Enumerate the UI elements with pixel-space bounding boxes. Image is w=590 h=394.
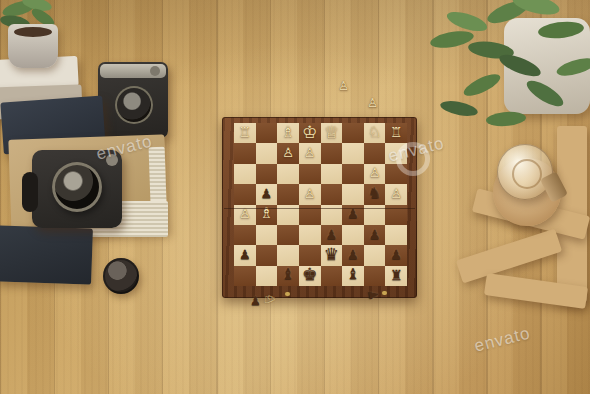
dark-notebook-bottom: [0, 225, 93, 284]
square-b6[interactable]: ♟: [364, 225, 386, 245]
black-pawn-c5[interactable]: ♟: [347, 207, 359, 220]
captured-black-pawn[interactable]: ♟: [250, 295, 261, 307]
brass-latch: [285, 292, 290, 296]
square-f7[interactable]: [277, 245, 299, 265]
white-king-e1[interactable]: ♔: [302, 124, 317, 141]
square-f8[interactable]: ♝: [277, 266, 299, 286]
square-d3[interactable]: [321, 164, 343, 184]
black-king-e8[interactable]: ♚: [302, 266, 317, 283]
chess-board: ♖♗♔♕♘♖♙♙♙♟♙♞♙♙♗♟♟♟♟♛♟♟♝♚♝♜: [222, 117, 417, 298]
fallen-white-knight[interactable]: ♘: [263, 293, 277, 306]
square-g1[interactable]: [256, 123, 278, 143]
square-h5[interactable]: ♙: [234, 205, 256, 225]
square-b7[interactable]: [364, 245, 386, 265]
leaf-icon: [461, 69, 503, 100]
square-c1[interactable]: [342, 123, 364, 143]
square-h6[interactable]: [234, 225, 256, 245]
square-e6[interactable]: [299, 225, 321, 245]
square-c7[interactable]: ♟: [342, 245, 364, 265]
square-c8[interactable]: ♝: [342, 266, 364, 286]
black-bishop-f8[interactable]: ♝: [281, 267, 294, 282]
square-h2[interactable]: [234, 143, 256, 163]
black-pawn-g4[interactable]: ♟: [261, 187, 273, 200]
white-pawn-h5[interactable]: ♙: [239, 207, 251, 220]
black-bishop-c8[interactable]: ♝: [346, 267, 359, 282]
bulb-lamp: [455, 122, 590, 322]
black-pawn-c7[interactable]: ♟: [347, 248, 359, 261]
square-e1[interactable]: ♔: [299, 123, 321, 143]
black-knight-b4[interactable]: ♞: [368, 186, 381, 201]
leaf-icon: [439, 99, 479, 118]
square-f3[interactable]: [277, 164, 299, 184]
stray-white-pawn[interactable]: ♙: [367, 97, 378, 109]
white-queen-d1[interactable]: ♕: [324, 124, 339, 141]
square-a4[interactable]: ♙: [385, 184, 407, 204]
square-c2[interactable]: [342, 143, 364, 163]
square-g5[interactable]: ♗: [256, 205, 278, 225]
black-pawn-b6[interactable]: ♟: [369, 228, 381, 241]
square-b4[interactable]: ♞: [364, 184, 386, 204]
square-a8[interactable]: ♜: [385, 266, 407, 286]
square-b3[interactable]: ♙: [364, 164, 386, 184]
square-h8[interactable]: [234, 266, 256, 286]
square-d1[interactable]: ♕: [321, 123, 343, 143]
square-e4[interactable]: ♙: [299, 184, 321, 204]
square-e2[interactable]: ♙: [299, 143, 321, 163]
camera-strap: [22, 172, 38, 212]
square-g6[interactable]: [256, 225, 278, 245]
square-e5[interactable]: [299, 205, 321, 225]
square-g8[interactable]: [256, 266, 278, 286]
watermark: envato: [472, 323, 532, 356]
white-pawn-a4[interactable]: ♙: [390, 187, 402, 200]
ink-jar-lid: [103, 258, 139, 294]
fallen-black-pawn[interactable]: ♟: [367, 289, 381, 302]
pot-soil: [14, 27, 52, 37]
square-c4[interactable]: [342, 184, 364, 204]
square-a5[interactable]: [385, 205, 407, 225]
white-rook-h1[interactable]: ♖: [239, 125, 252, 139]
square-d4[interactable]: [321, 184, 343, 204]
square-g7[interactable]: [256, 245, 278, 265]
square-d8[interactable]: [321, 266, 343, 286]
stray-white-pawn[interactable]: ♙: [338, 80, 349, 92]
square-e8[interactable]: ♚: [299, 266, 321, 286]
square-f2[interactable]: ♙: [277, 143, 299, 163]
square-a7[interactable]: ♟: [385, 245, 407, 265]
white-pawn-e4[interactable]: ♙: [304, 187, 316, 200]
square-g2[interactable]: [256, 143, 278, 163]
black-pawn-d6[interactable]: ♟: [325, 228, 337, 241]
square-b5[interactable]: [364, 205, 386, 225]
square-g3[interactable]: [256, 164, 278, 184]
square-b8[interactable]: [364, 266, 386, 286]
brass-latch: [382, 291, 387, 295]
square-e3[interactable]: [299, 164, 321, 184]
square-c5[interactable]: ♟: [342, 205, 364, 225]
white-pawn-f2[interactable]: ♙: [282, 146, 294, 159]
white-pawn-b3[interactable]: ♙: [369, 166, 381, 179]
white-bishop-f1[interactable]: ♗: [281, 125, 294, 140]
camera-lens-icon: [52, 162, 102, 212]
square-a1[interactable]: ♖: [385, 123, 407, 143]
desk-photo: ♖♗♔♕♘♖♙♙♙♟♙♞♙♙♗♟♟♟♟♛♟♟♝♚♝♜ ♙ ♙ ♟ ♘ ♟ env…: [0, 0, 590, 394]
square-e7[interactable]: [299, 245, 321, 265]
square-h7[interactable]: ♟: [234, 245, 256, 265]
square-f1[interactable]: ♗: [277, 123, 299, 143]
square-f6[interactable]: [277, 225, 299, 245]
square-c3[interactable]: [342, 164, 364, 184]
camera-dial: [150, 66, 160, 76]
white-bishop-g5[interactable]: ♗: [260, 206, 273, 221]
square-d7[interactable]: ♛: [321, 245, 343, 265]
white-pawn-e2[interactable]: ♙: [304, 146, 316, 159]
square-b2[interactable]: [364, 143, 386, 163]
square-d6[interactable]: ♟: [321, 225, 343, 245]
square-b1[interactable]: ♘: [364, 123, 386, 143]
square-a6[interactable]: [385, 225, 407, 245]
square-d5[interactable]: [321, 205, 343, 225]
glass-bulb-icon: [497, 144, 553, 200]
white-knight-b1[interactable]: ♘: [368, 125, 381, 140]
black-pawn-a7[interactable]: ♟: [390, 248, 402, 261]
square-f4[interactable]: [277, 184, 299, 204]
board-grid: ♖♗♔♕♘♖♙♙♙♟♙♞♙♙♗♟♟♟♟♛♟♟♝♚♝♜: [234, 123, 407, 286]
square-c6[interactable]: [342, 225, 364, 245]
square-h4[interactable]: [234, 184, 256, 204]
black-rook-a8[interactable]: ♜: [390, 268, 403, 282]
black-queen-d7[interactable]: ♛: [324, 246, 339, 263]
white-rook-a1[interactable]: ♖: [390, 125, 403, 139]
watermark-ring: [396, 142, 430, 176]
square-h3[interactable]: [234, 164, 256, 184]
square-g4[interactable]: ♟: [256, 184, 278, 204]
black-pawn-h7[interactable]: ♟: [239, 248, 251, 261]
square-h1[interactable]: ♖: [234, 123, 256, 143]
square-d2[interactable]: [321, 143, 343, 163]
square-f5[interactable]: [277, 205, 299, 225]
